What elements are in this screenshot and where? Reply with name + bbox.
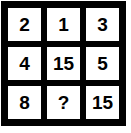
puzzle-cell-r3c1: 8 [8,86,41,119]
puzzle-cell-r1c1: 2 [8,8,41,41]
puzzle-cell-r2c2: 15 [47,47,80,80]
puzzle-board: 2 1 3 4 15 5 8 ? 15 [1,1,126,126]
puzzle-cell-r3c3: 15 [86,86,119,119]
puzzle-cell-r1c3: 3 [86,8,119,41]
puzzle-cell-r2c1: 4 [8,47,41,80]
puzzle-cell-r2c3: 5 [86,47,119,80]
puzzle-cell-r1c2: 1 [47,8,80,41]
puzzle-cell-missing: ? [47,86,80,119]
